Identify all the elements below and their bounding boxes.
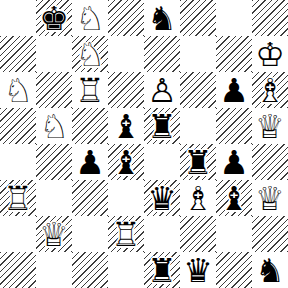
black-piece-K-b8: ♚	[36, 0, 72, 36]
square-f5[interactable]	[180, 108, 216, 144]
square-b3[interactable]	[36, 180, 72, 216]
square-c5[interactable]	[72, 108, 108, 144]
square-c3[interactable]	[72, 180, 108, 216]
square-h4[interactable]	[252, 144, 288, 180]
black-piece-B-d5: ♝	[108, 108, 144, 144]
piece-halo: ♛	[36, 216, 72, 252]
square-d2[interactable]: ♜♖	[108, 216, 144, 252]
square-b4[interactable]	[36, 144, 72, 180]
piece-halo: ♟	[216, 144, 252, 180]
square-b7[interactable]	[36, 36, 72, 72]
square-e6[interactable]: ♟♙	[144, 72, 180, 108]
chess-board: ♚♚♞♘♞♞♞♘♚♔♞♘♜♖♟♙♟♟♝♗♞♘♝♝♜♜♛♕♟♟♝♝♜♜♟♟♜♖♛♛…	[0, 0, 288, 288]
square-g7[interactable]	[216, 36, 252, 72]
square-f6[interactable]	[180, 72, 216, 108]
square-g1[interactable]	[216, 252, 252, 288]
square-g6[interactable]: ♟♟	[216, 72, 252, 108]
square-e2[interactable]	[144, 216, 180, 252]
piece-halo: ♟	[72, 144, 108, 180]
square-b6[interactable]	[36, 72, 72, 108]
piece-halo: ♞	[0, 72, 36, 108]
black-piece-Q-f1: ♛	[180, 252, 216, 288]
white-piece-N-b5: ♘	[36, 108, 72, 144]
square-g3[interactable]: ♝♝	[216, 180, 252, 216]
piece-halo: ♛	[252, 180, 288, 216]
square-g4[interactable]: ♟♟	[216, 144, 252, 180]
white-piece-R-d2: ♖	[108, 216, 144, 252]
white-piece-B-f3: ♗	[180, 180, 216, 216]
piece-halo: ♚	[36, 0, 72, 36]
piece-halo: ♟	[144, 72, 180, 108]
square-b8[interactable]: ♚♚	[36, 0, 72, 36]
piece-halo: ♜	[144, 108, 180, 144]
white-piece-Q-h5: ♕	[252, 108, 288, 144]
white-piece-Q-b2: ♕	[36, 216, 72, 252]
piece-halo: ♞	[72, 36, 108, 72]
square-h2[interactable]	[252, 216, 288, 252]
square-e1[interactable]: ♜♜	[144, 252, 180, 288]
square-a1[interactable]	[0, 252, 36, 288]
square-d8[interactable]	[108, 0, 144, 36]
piece-halo: ♛	[252, 108, 288, 144]
square-h7[interactable]: ♚♔	[252, 36, 288, 72]
piece-halo: ♜	[144, 252, 180, 288]
white-piece-B-h6: ♗	[252, 72, 288, 108]
screenshot-stage: ♚♚♞♘♞♞♞♘♚♔♞♘♜♖♟♙♟♟♝♗♞♘♝♝♜♜♛♕♟♟♝♝♜♜♟♟♜♖♛♛…	[0, 0, 288, 288]
piece-halo: ♟	[216, 72, 252, 108]
square-f2[interactable]	[180, 216, 216, 252]
square-f8[interactable]	[180, 0, 216, 36]
square-e8[interactable]: ♞♞	[144, 0, 180, 36]
square-a7[interactable]	[0, 36, 36, 72]
square-h8[interactable]	[252, 0, 288, 36]
square-d5[interactable]: ♝♝	[108, 108, 144, 144]
piece-halo: ♝	[216, 180, 252, 216]
black-piece-B-d4: ♝	[108, 144, 144, 180]
piece-halo: ♚	[252, 36, 288, 72]
square-e3[interactable]: ♛♛	[144, 180, 180, 216]
square-c8[interactable]: ♞♘	[72, 0, 108, 36]
piece-halo: ♜	[108, 216, 144, 252]
square-d4[interactable]: ♝♝	[108, 144, 144, 180]
black-piece-N-h1: ♞	[252, 252, 288, 288]
square-e7[interactable]	[144, 36, 180, 72]
black-piece-B-g3: ♝	[216, 180, 252, 216]
square-b1[interactable]	[36, 252, 72, 288]
piece-halo: ♞	[252, 252, 288, 288]
white-piece-N-c7: ♘	[72, 36, 108, 72]
black-piece-P-g6: ♟	[216, 72, 252, 108]
square-d1[interactable]	[108, 252, 144, 288]
piece-halo: ♝	[108, 108, 144, 144]
square-d7[interactable]	[108, 36, 144, 72]
square-a5[interactable]	[0, 108, 36, 144]
piece-halo: ♜	[72, 72, 108, 108]
square-b5[interactable]: ♞♘	[36, 108, 72, 144]
square-g5[interactable]	[216, 108, 252, 144]
piece-halo: ♝	[180, 180, 216, 216]
piece-halo: ♞	[36, 108, 72, 144]
square-h6[interactable]: ♝♗	[252, 72, 288, 108]
square-c7[interactable]: ♞♘	[72, 36, 108, 72]
square-c1[interactable]	[72, 252, 108, 288]
piece-halo: ♞	[72, 0, 108, 36]
square-d3[interactable]	[108, 180, 144, 216]
black-piece-P-c4: ♟	[72, 144, 108, 180]
black-piece-R-e1: ♜	[144, 252, 180, 288]
piece-halo: ♛	[180, 252, 216, 288]
square-e5[interactable]: ♜♜	[144, 108, 180, 144]
square-e4[interactable]	[144, 144, 180, 180]
square-h1[interactable]: ♞♞	[252, 252, 288, 288]
white-piece-R-c6: ♖	[72, 72, 108, 108]
square-g2[interactable]	[216, 216, 252, 252]
square-c6[interactable]: ♜♖	[72, 72, 108, 108]
piece-halo: ♝	[252, 72, 288, 108]
black-piece-R-f4: ♜	[180, 144, 216, 180]
square-g8[interactable]	[216, 0, 252, 36]
square-f1[interactable]: ♛♛	[180, 252, 216, 288]
square-d6[interactable]	[108, 72, 144, 108]
white-piece-N-a6: ♘	[0, 72, 36, 108]
square-a8[interactable]	[0, 0, 36, 36]
black-piece-P-g4: ♟	[216, 144, 252, 180]
white-piece-Q-h3: ♕	[252, 180, 288, 216]
white-piece-K-h7: ♔	[252, 36, 288, 72]
square-f7[interactable]	[180, 36, 216, 72]
black-piece-N-e8: ♞	[144, 0, 180, 36]
square-a3[interactable]: ♜♖	[0, 180, 36, 216]
black-piece-Q-e3: ♛	[144, 180, 180, 216]
piece-halo: ♝	[108, 144, 144, 180]
square-a4[interactable]	[0, 144, 36, 180]
white-piece-P-e6: ♙	[144, 72, 180, 108]
square-c2[interactable]	[72, 216, 108, 252]
square-a2[interactable]	[0, 216, 36, 252]
square-a6[interactable]: ♞♘	[0, 72, 36, 108]
square-c4[interactable]: ♟♟	[72, 144, 108, 180]
piece-halo: ♛	[144, 180, 180, 216]
piece-halo: ♜	[0, 180, 36, 216]
square-f4[interactable]: ♜♜	[180, 144, 216, 180]
black-piece-R-e5: ♜	[144, 108, 180, 144]
square-h3[interactable]: ♛♕	[252, 180, 288, 216]
white-piece-R-a3: ♖	[0, 180, 36, 216]
piece-halo: ♜	[180, 144, 216, 180]
square-b2[interactable]: ♛♕	[36, 216, 72, 252]
square-h5[interactable]: ♛♕	[252, 108, 288, 144]
white-piece-N-c8: ♘	[72, 0, 108, 36]
square-f3[interactable]: ♝♗	[180, 180, 216, 216]
piece-halo: ♞	[144, 0, 180, 36]
